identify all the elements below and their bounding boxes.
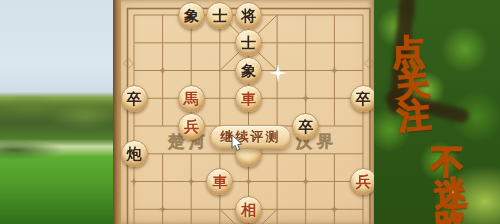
piece-black-elephant[interactable]: 象 [178,2,205,29]
piece-glyph: 兵 [184,113,199,140]
piece-black-soldier[interactable]: 卒 [292,113,319,140]
follow-banner: 点关注 不迷路 [374,0,500,224]
piece-glyph: 車 [241,85,256,112]
piece-glyph: 兵 [356,168,371,195]
piece-glyph: 士 [212,2,227,29]
piece-glyph: 卒 [298,113,313,140]
piece-red-chariot[interactable]: 車 [235,85,262,112]
piece-black-cannon[interactable]: 炮 [121,140,148,167]
piece-black-elephant[interactable]: 象 [235,57,262,84]
piece-black-general[interactable]: 将 [235,2,262,29]
piece-red-soldier[interactable]: 兵 [350,168,377,195]
banner-char: 注 [396,99,432,134]
banner-text-dont-get-lost: 不迷路 [432,145,470,224]
piece-glyph: 象 [184,2,199,29]
piece-glyph: 将 [241,2,256,29]
piece-glyph: 炮 [127,140,142,167]
piece-glyph: 卒 [356,85,371,112]
piece-glyph: 象 [241,57,256,84]
piece-red-horse[interactable]: 馬 [178,85,205,112]
piece-glyph: 卒 [127,85,142,112]
meadow-photo-background [0,0,121,224]
continue-evaluation-button[interactable]: 继续评测 [210,125,291,149]
piece-red-elephant[interactable]: 相 [235,196,262,223]
piece-black-soldier[interactable]: 卒 [121,85,148,112]
continue-evaluation-label: 继续评测 [221,128,281,146]
piece-black-soldier[interactable]: 卒 [350,85,377,112]
screenshot: 楚河 汉界 象士将士象卒馬車卒兵卒炮車兵相 继续评测 点关注 不迷路 [0,0,500,224]
piece-glyph: 相 [241,196,256,223]
banner-char: 路 [434,209,469,224]
piece-glyph: 士 [241,29,256,56]
piece-black-advisor[interactable]: 士 [206,2,233,29]
banner-text-click-follow: 点关注 [393,35,433,133]
board-side-edge [113,0,121,224]
piece-glyph: 馬 [184,85,199,112]
piece-red-soldier[interactable]: 兵 [178,113,205,140]
piece-glyph: 車 [212,168,227,195]
